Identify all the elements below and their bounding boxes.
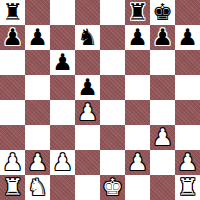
square-e8[interactable]: [100, 0, 125, 25]
square-d1[interactable]: [75, 175, 100, 200]
square-g7[interactable]: ♟: [150, 25, 175, 50]
piece-black-pawn[interactable]: ♟: [152, 26, 173, 49]
square-e4[interactable]: [100, 100, 125, 125]
piece-white-rook[interactable]: ♜: [2, 176, 23, 199]
piece-black-rook[interactable]: ♜: [2, 1, 23, 24]
square-g1[interactable]: [150, 175, 175, 200]
square-f2[interactable]: ♟: [125, 150, 150, 175]
square-h7[interactable]: ♟: [175, 25, 200, 50]
square-d5[interactable]: ♟: [75, 75, 100, 100]
square-a3[interactable]: [0, 125, 25, 150]
square-g8[interactable]: ♚: [150, 0, 175, 25]
square-c4[interactable]: [50, 100, 75, 125]
square-h3[interactable]: [175, 125, 200, 150]
piece-black-pawn[interactable]: ♟: [77, 76, 98, 99]
piece-black-pawn[interactable]: ♟: [27, 26, 48, 49]
piece-white-pawn[interactable]: ♟: [77, 101, 98, 124]
square-d6[interactable]: [75, 50, 100, 75]
square-b8[interactable]: [25, 0, 50, 25]
square-g4[interactable]: [150, 100, 175, 125]
square-c3[interactable]: [50, 125, 75, 150]
square-a8[interactable]: ♜: [0, 0, 25, 25]
square-c2[interactable]: ♟: [50, 150, 75, 175]
square-c6[interactable]: ♟: [50, 50, 75, 75]
square-a4[interactable]: [0, 100, 25, 125]
square-d4[interactable]: ♟: [75, 100, 100, 125]
square-f4[interactable]: [125, 100, 150, 125]
square-g2[interactable]: [150, 150, 175, 175]
square-a7[interactable]: ♟: [0, 25, 25, 50]
piece-white-pawn[interactable]: ♟: [177, 151, 198, 174]
square-f8[interactable]: ♜: [125, 0, 150, 25]
piece-black-king[interactable]: ♚: [152, 1, 173, 24]
square-c8[interactable]: [50, 0, 75, 25]
square-f7[interactable]: ♟: [125, 25, 150, 50]
square-e6[interactable]: [100, 50, 125, 75]
square-a6[interactable]: [0, 50, 25, 75]
square-b4[interactable]: [25, 100, 50, 125]
piece-black-pawn[interactable]: ♟: [127, 26, 148, 49]
piece-white-pawn[interactable]: ♟: [152, 126, 173, 149]
square-g5[interactable]: [150, 75, 175, 100]
square-h2[interactable]: ♟: [175, 150, 200, 175]
square-h8[interactable]: [175, 0, 200, 25]
square-b3[interactable]: [25, 125, 50, 150]
square-e5[interactable]: [100, 75, 125, 100]
square-e2[interactable]: [100, 150, 125, 175]
square-e7[interactable]: [100, 25, 125, 50]
square-c5[interactable]: [50, 75, 75, 100]
piece-white-pawn[interactable]: ♟: [52, 151, 73, 174]
square-a2[interactable]: ♟: [0, 150, 25, 175]
square-g6[interactable]: [150, 50, 175, 75]
piece-black-pawn[interactable]: ♟: [52, 51, 73, 74]
square-a5[interactable]: [0, 75, 25, 100]
square-f6[interactable]: [125, 50, 150, 75]
square-f3[interactable]: [125, 125, 150, 150]
square-f1[interactable]: [125, 175, 150, 200]
piece-white-king[interactable]: ♚: [102, 176, 123, 199]
square-h1[interactable]: ♜: [175, 175, 200, 200]
piece-black-pawn[interactable]: ♟: [2, 26, 23, 49]
square-d3[interactable]: [75, 125, 100, 150]
square-h5[interactable]: [175, 75, 200, 100]
piece-white-pawn[interactable]: ♟: [2, 151, 23, 174]
square-e1[interactable]: ♚: [100, 175, 125, 200]
square-c7[interactable]: [50, 25, 75, 50]
square-h4[interactable]: [175, 100, 200, 125]
piece-white-pawn[interactable]: ♟: [27, 151, 48, 174]
square-d2[interactable]: [75, 150, 100, 175]
piece-white-knight[interactable]: ♞: [27, 176, 48, 199]
square-d7[interactable]: ♞: [75, 25, 100, 50]
piece-black-pawn[interactable]: ♟: [177, 26, 198, 49]
square-b1[interactable]: ♞: [25, 175, 50, 200]
square-b7[interactable]: ♟: [25, 25, 50, 50]
square-e3[interactable]: [100, 125, 125, 150]
square-h6[interactable]: [175, 50, 200, 75]
square-b2[interactable]: ♟: [25, 150, 50, 175]
square-d8[interactable]: [75, 0, 100, 25]
square-g3[interactable]: ♟: [150, 125, 175, 150]
piece-black-rook[interactable]: ♜: [127, 1, 148, 24]
piece-black-knight[interactable]: ♞: [77, 26, 98, 49]
piece-white-rook[interactable]: ♜: [177, 176, 198, 199]
square-a1[interactable]: ♜: [0, 175, 25, 200]
piece-white-pawn[interactable]: ♟: [127, 151, 148, 174]
chess-board: ♜♜♚♟♟♞♟♟♟♟♟♟♟♟♟♟♟♟♜♞♚♜: [0, 0, 200, 200]
square-c1[interactable]: [50, 175, 75, 200]
square-b5[interactable]: [25, 75, 50, 100]
square-b6[interactable]: [25, 50, 50, 75]
square-f5[interactable]: [125, 75, 150, 100]
